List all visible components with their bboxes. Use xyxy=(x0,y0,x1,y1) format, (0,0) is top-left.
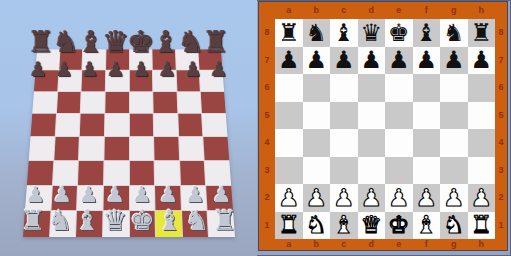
piece3d-black-knight-g8[interactable]: ♞ xyxy=(177,27,205,57)
square-e6[interactable] xyxy=(385,74,413,102)
square-f5[interactable] xyxy=(413,102,441,130)
square3d-f4[interactable] xyxy=(154,137,179,160)
square-d3[interactable] xyxy=(358,157,386,185)
rank-label-left-7: 7 xyxy=(260,47,274,75)
piece-black-pawn-b7[interactable]: ♟ xyxy=(305,48,327,72)
piece-white-pawn-a2[interactable]: ♟ xyxy=(278,186,300,210)
square-b1[interactable]: ♞ xyxy=(303,212,331,240)
square-g7[interactable]: ♟ xyxy=(440,47,468,75)
rank-label-left-6: 6 xyxy=(260,74,274,102)
square-h3[interactable] xyxy=(468,157,496,185)
rank-label-left-2: 2 xyxy=(260,184,274,212)
square3d-e6[interactable] xyxy=(129,92,152,113)
piece-white-knight-g1[interactable]: ♞ xyxy=(443,213,465,237)
piece3d-white-knight-g1[interactable]: ♞ xyxy=(183,207,211,235)
square-b8[interactable]: ♞ xyxy=(303,19,331,47)
file-label-top-a: a xyxy=(275,4,303,17)
rank-label-right-1: 1 xyxy=(495,212,507,240)
square3d-e5[interactable] xyxy=(129,114,153,136)
square-e3[interactable] xyxy=(385,157,413,185)
piece-white-pawn-g2[interactable]: ♟ xyxy=(443,186,465,210)
piece3d-black-rook-h8[interactable]: ♜ xyxy=(202,27,230,57)
square-a5[interactable] xyxy=(275,102,303,130)
rank-label-left-5: 5 xyxy=(260,102,274,130)
square3d-b6[interactable] xyxy=(57,92,81,113)
piece3d-black-pawn-f7[interactable]: ♟ xyxy=(153,59,181,79)
square-h7[interactable]: ♟ xyxy=(468,47,496,75)
square-b3[interactable] xyxy=(303,157,331,185)
square-e5[interactable] xyxy=(385,102,413,130)
rank-label-left-4: 4 xyxy=(260,129,274,157)
piece-white-pawn-c2[interactable]: ♟ xyxy=(333,186,355,210)
square-c6[interactable] xyxy=(330,74,358,102)
file-label-bottom-d: d xyxy=(358,239,386,250)
piece-black-rook-a8[interactable]: ♜ xyxy=(278,21,300,45)
square-b5[interactable] xyxy=(303,102,331,130)
square-b2[interactable]: ♟ xyxy=(303,184,331,212)
file-label-top-e: e xyxy=(385,4,413,17)
square3d-a5[interactable] xyxy=(31,114,56,136)
piece3d-white-rook-a1[interactable]: ♜ xyxy=(19,207,47,235)
piece-white-king-e1[interactable]: ♚ xyxy=(388,213,410,237)
piece3d-white-king-e1[interactable]: ♚ xyxy=(128,207,156,235)
rank-label-right-8: 8 xyxy=(495,19,507,47)
file-label-bottom-e: e xyxy=(385,239,413,250)
piece3d-black-bishop-c8[interactable]: ♝ xyxy=(77,27,105,57)
piece3d-black-pawn-b7[interactable]: ♟ xyxy=(50,59,78,79)
board-2d-panel: ♜♞♝♛♚♝♞♜♟♟♟♟♟♟♟♟♟♟♟♟♟♟♟♟♜♞♝♛♚♝♞♜ aabbccd… xyxy=(258,1,508,251)
piece-white-pawn-b2[interactable]: ♟ xyxy=(305,186,327,210)
square-d7[interactable]: ♟ xyxy=(358,47,386,75)
square-d8[interactable]: ♛ xyxy=(358,19,386,47)
square-g8[interactable]: ♞ xyxy=(440,19,468,47)
square-c8[interactable]: ♝ xyxy=(330,19,358,47)
square-f8[interactable]: ♝ xyxy=(413,19,441,47)
square-c2[interactable]: ♟ xyxy=(330,184,358,212)
piece3d-white-knight-b1[interactable]: ♞ xyxy=(46,207,74,235)
piece3d-white-pawn-e2[interactable]: ♟ xyxy=(128,184,156,206)
file-label-top-g: g xyxy=(440,4,468,17)
piece-black-knight-g8[interactable]: ♞ xyxy=(443,21,465,45)
square-e7[interactable]: ♟ xyxy=(385,47,413,75)
chess-app-window: ♜♞♝♛♚♝♞♜♟♟♟♟♟♟♟♟♟♟♟♟♟♟♟♟♜♞♝♛♚♝♞♜ ♜♞♝♛♚♝♞… xyxy=(0,0,511,256)
file-label-bottom-h: h xyxy=(468,239,496,250)
square3d-a4[interactable] xyxy=(29,137,55,160)
square-a2[interactable]: ♟ xyxy=(275,184,303,212)
square-e4[interactable] xyxy=(385,129,413,157)
rank-label-left-1: 1 xyxy=(260,212,274,240)
piece-white-bishop-c1[interactable]: ♝ xyxy=(333,213,355,237)
square-c3[interactable] xyxy=(330,157,358,185)
square-e1[interactable]: ♚ xyxy=(385,212,413,240)
piece-black-pawn-f7[interactable]: ♟ xyxy=(415,48,437,72)
piece3d-white-bishop-f1[interactable]: ♝ xyxy=(156,207,184,235)
file-label-top-c: c xyxy=(330,4,358,17)
square-h4[interactable] xyxy=(468,129,496,157)
piece-white-bishop-f1[interactable]: ♝ xyxy=(415,213,437,237)
square3d-d4[interactable] xyxy=(104,137,128,160)
piece-black-pawn-a7[interactable]: ♟ xyxy=(278,48,300,72)
square-a1[interactable]: ♜ xyxy=(275,212,303,240)
piece3d-white-queen-d1[interactable]: ♛ xyxy=(101,207,129,235)
square3d-c5[interactable] xyxy=(80,114,104,136)
square-d2[interactable]: ♟ xyxy=(358,184,386,212)
file-label-bottom-g: g xyxy=(440,239,468,250)
piece3d-black-pawn-g7[interactable]: ♟ xyxy=(179,59,207,79)
square-c4[interactable] xyxy=(330,129,358,157)
piece3d-black-rook-a8[interactable]: ♜ xyxy=(27,27,55,57)
piece3d-black-knight-b8[interactable]: ♞ xyxy=(52,27,80,57)
square3d-g6[interactable] xyxy=(177,92,201,113)
piece-black-rook-h8[interactable]: ♜ xyxy=(470,21,492,45)
piece-black-bishop-c8[interactable]: ♝ xyxy=(333,21,355,45)
piece-white-queen-d1[interactable]: ♛ xyxy=(360,213,382,237)
square-b7[interactable]: ♟ xyxy=(303,47,331,75)
square-g2[interactable]: ♟ xyxy=(440,184,468,212)
square3d-c6[interactable] xyxy=(81,92,105,113)
file-label-bottom-f: f xyxy=(413,239,441,250)
square-f1[interactable]: ♝ xyxy=(413,212,441,240)
piece3d-black-bishop-f8[interactable]: ♝ xyxy=(152,27,180,57)
piece3d-white-pawn-d2[interactable]: ♟ xyxy=(101,184,129,206)
rank-label-left-8: 8 xyxy=(260,19,274,47)
square-d1[interactable]: ♛ xyxy=(358,212,386,240)
square-h1[interactable]: ♜ xyxy=(468,212,496,240)
square-c7[interactable]: ♟ xyxy=(330,47,358,75)
square-g1[interactable]: ♞ xyxy=(440,212,468,240)
piece-black-pawn-h7[interactable]: ♟ xyxy=(470,48,492,72)
rank-label-right-3: 3 xyxy=(495,157,507,185)
rank-label-right-4: 4 xyxy=(495,129,507,157)
piece3d-black-queen-d8[interactable]: ♛ xyxy=(102,27,130,57)
square3d-h5[interactable] xyxy=(202,114,227,136)
square-a7[interactable]: ♟ xyxy=(275,47,303,75)
square3d-b5[interactable] xyxy=(55,114,80,136)
square-c5[interactable] xyxy=(330,102,358,130)
piece3d-white-pawn-c2[interactable]: ♟ xyxy=(75,184,103,206)
square-d5[interactable] xyxy=(358,102,386,130)
square3d-d5[interactable] xyxy=(105,114,129,136)
rank-label-right-7: 7 xyxy=(495,47,507,75)
square-f2[interactable]: ♟ xyxy=(413,184,441,212)
piece3d-black-pawn-e7[interactable]: ♟ xyxy=(127,59,155,79)
square-g3[interactable] xyxy=(440,157,468,185)
piece3d-white-bishop-c1[interactable]: ♝ xyxy=(73,207,101,235)
square-h5[interactable] xyxy=(468,102,496,130)
square-b6[interactable] xyxy=(303,74,331,102)
piece-black-knight-b8[interactable]: ♞ xyxy=(305,21,327,45)
piece3d-black-king-e8[interactable]: ♚ xyxy=(127,27,155,57)
square3d-b4[interactable] xyxy=(54,137,79,160)
piece3d-white-rook-h1[interactable]: ♜ xyxy=(210,207,238,235)
piece3d-black-pawn-a7[interactable]: ♟ xyxy=(24,59,52,79)
piece-black-pawn-c7[interactable]: ♟ xyxy=(333,48,355,72)
file-label-top-f: f xyxy=(413,4,441,17)
square-f6[interactable] xyxy=(413,74,441,102)
piece-black-king-e8[interactable]: ♚ xyxy=(388,21,410,45)
rank-label-left-3: 3 xyxy=(260,157,274,185)
square-a8[interactable]: ♜ xyxy=(275,19,303,47)
square3d-a6[interactable] xyxy=(32,92,57,113)
square-f3[interactable] xyxy=(413,157,441,185)
square-a4[interactable] xyxy=(275,129,303,157)
square3d-e4[interactable] xyxy=(129,137,153,160)
piece-black-pawn-d7[interactable]: ♟ xyxy=(360,48,382,72)
square-c1[interactable]: ♝ xyxy=(330,212,358,240)
square-g6[interactable] xyxy=(440,74,468,102)
square-d6[interactable] xyxy=(358,74,386,102)
piece3d-white-pawn-f2[interactable]: ♟ xyxy=(154,184,182,206)
square3d-c4[interactable] xyxy=(79,137,104,160)
square-f4[interactable] xyxy=(413,129,441,157)
file-label-top-d: d xyxy=(358,4,386,17)
piece-black-queen-d8[interactable]: ♛ xyxy=(360,21,382,45)
square-a6[interactable] xyxy=(275,74,303,102)
piece3d-black-pawn-h7[interactable]: ♟ xyxy=(205,59,233,79)
piece3d-white-pawn-g2[interactable]: ♟ xyxy=(181,184,209,206)
file-label-top-b: b xyxy=(303,4,331,17)
square3d-f5[interactable] xyxy=(154,114,178,136)
square3d-h6[interactable] xyxy=(201,92,226,113)
square3d-g4[interactable] xyxy=(179,137,204,160)
rank-label-right-6: 6 xyxy=(495,74,507,102)
piece-white-knight-b1[interactable]: ♞ xyxy=(305,213,327,237)
square3d-g5[interactable] xyxy=(178,114,203,136)
piece3d-black-pawn-d7[interactable]: ♟ xyxy=(102,59,130,79)
piece-white-pawn-h2[interactable]: ♟ xyxy=(470,186,492,210)
square3d-h4[interactable] xyxy=(204,137,230,160)
piece-white-pawn-f2[interactable]: ♟ xyxy=(415,186,437,210)
piece-white-pawn-d2[interactable]: ♟ xyxy=(360,186,382,210)
piece3d-white-pawn-h2[interactable]: ♟ xyxy=(208,184,236,206)
piece-black-pawn-e7[interactable]: ♟ xyxy=(388,48,410,72)
square-h8[interactable]: ♜ xyxy=(468,19,496,47)
square-h6[interactable] xyxy=(468,74,496,102)
board-3d-view: ♜♞♝♛♚♝♞♜♟♟♟♟♟♟♟♟♟♟♟♟♟♟♟♟♜♞♝♛♚♝♞♜ xyxy=(0,0,257,256)
piece3d-white-pawn-a2[interactable]: ♟ xyxy=(21,184,49,206)
square3d-d6[interactable] xyxy=(105,92,128,113)
board-2d: ♜♞♝♛♚♝♞♜♟♟♟♟♟♟♟♟♟♟♟♟♟♟♟♟♜♞♝♛♚♝♞♜ xyxy=(275,19,495,239)
square-f7[interactable]: ♟ xyxy=(413,47,441,75)
square-b4[interactable] xyxy=(303,129,331,157)
square-e2[interactable]: ♟ xyxy=(385,184,413,212)
piece-white-pawn-e2[interactable]: ♟ xyxy=(388,186,410,210)
piece-white-rook-h1[interactable]: ♜ xyxy=(470,213,492,237)
piece-black-bishop-f8[interactable]: ♝ xyxy=(415,21,437,45)
square-g5[interactable] xyxy=(440,102,468,130)
square3d-f6[interactable] xyxy=(153,92,177,113)
square-e8[interactable]: ♚ xyxy=(385,19,413,47)
piece3d-black-pawn-c7[interactable]: ♟ xyxy=(76,59,104,79)
rank-label-right-2: 2 xyxy=(495,184,507,212)
square-a3[interactable] xyxy=(275,157,303,185)
piece3d-white-pawn-b2[interactable]: ♟ xyxy=(48,184,76,206)
square-g4[interactable] xyxy=(440,129,468,157)
square-d4[interactable] xyxy=(358,129,386,157)
file-label-top-h: h xyxy=(468,4,496,17)
file-label-bottom-a: a xyxy=(275,239,303,250)
file-label-bottom-b: b xyxy=(303,239,331,250)
rank-label-right-5: 5 xyxy=(495,102,507,130)
square-h2[interactable]: ♟ xyxy=(468,184,496,212)
piece-white-rook-a1[interactable]: ♜ xyxy=(278,213,300,237)
piece-black-pawn-g7[interactable]: ♟ xyxy=(443,48,465,72)
file-label-bottom-c: c xyxy=(330,239,358,250)
